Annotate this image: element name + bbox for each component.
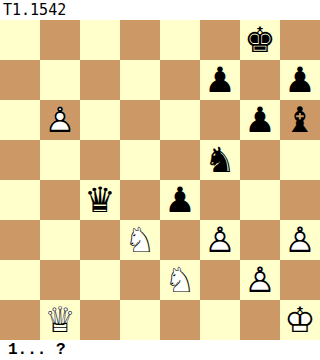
square-h8[interactable] bbox=[280, 20, 320, 60]
square-h5[interactable] bbox=[280, 140, 320, 180]
square-b8[interactable] bbox=[40, 20, 80, 60]
square-d5[interactable] bbox=[120, 140, 160, 180]
square-h2[interactable] bbox=[280, 260, 320, 300]
square-c2[interactable] bbox=[80, 260, 120, 300]
square-a6[interactable] bbox=[0, 100, 40, 140]
square-a1[interactable] bbox=[0, 300, 40, 340]
square-f4[interactable] bbox=[200, 180, 240, 220]
square-h3[interactable]: ♟♙ bbox=[280, 220, 320, 260]
square-g4[interactable] bbox=[240, 180, 280, 220]
white-pawn: ♙ bbox=[200, 220, 240, 260]
white-knight: ♘ bbox=[120, 220, 160, 260]
square-e4[interactable]: ♟ bbox=[160, 180, 200, 220]
black-bishop: ♝ bbox=[280, 100, 320, 140]
square-a5[interactable] bbox=[0, 140, 40, 180]
white-king: ♔ bbox=[280, 300, 320, 340]
black-pawn: ♟ bbox=[240, 100, 280, 140]
square-b2[interactable] bbox=[40, 260, 80, 300]
square-c6[interactable] bbox=[80, 100, 120, 140]
square-f8[interactable] bbox=[200, 20, 240, 60]
square-f5[interactable]: ♞ bbox=[200, 140, 240, 180]
square-g6[interactable]: ♟ bbox=[240, 100, 280, 140]
square-d3[interactable]: ♞♘ bbox=[120, 220, 160, 260]
square-b1[interactable]: ♛♕ bbox=[40, 300, 80, 340]
square-a4[interactable] bbox=[0, 180, 40, 220]
puzzle-title: T1.1542 bbox=[0, 0, 320, 20]
square-g5[interactable] bbox=[240, 140, 280, 180]
square-d6[interactable] bbox=[120, 100, 160, 140]
square-d8[interactable] bbox=[120, 20, 160, 60]
square-e3[interactable] bbox=[160, 220, 200, 260]
square-a3[interactable] bbox=[0, 220, 40, 260]
square-e1[interactable] bbox=[160, 300, 200, 340]
square-a7[interactable] bbox=[0, 60, 40, 100]
square-f1[interactable] bbox=[200, 300, 240, 340]
square-c1[interactable] bbox=[80, 300, 120, 340]
square-c4[interactable]: ♛ bbox=[80, 180, 120, 220]
square-c8[interactable] bbox=[80, 20, 120, 60]
square-d4[interactable] bbox=[120, 180, 160, 220]
square-g8[interactable]: ♚ bbox=[240, 20, 280, 60]
square-h6[interactable]: ♝ bbox=[280, 100, 320, 140]
square-b4[interactable] bbox=[40, 180, 80, 220]
square-g2[interactable]: ♟♙ bbox=[240, 260, 280, 300]
square-c3[interactable] bbox=[80, 220, 120, 260]
move-prompt: 1... ? bbox=[0, 340, 320, 360]
square-b5[interactable] bbox=[40, 140, 80, 180]
square-b7[interactable] bbox=[40, 60, 80, 100]
square-h1[interactable]: ♚♔ bbox=[280, 300, 320, 340]
square-e6[interactable] bbox=[160, 100, 200, 140]
square-g1[interactable] bbox=[240, 300, 280, 340]
square-h4[interactable] bbox=[280, 180, 320, 220]
square-b6[interactable]: ♟♙ bbox=[40, 100, 80, 140]
square-e8[interactable] bbox=[160, 20, 200, 60]
white-pawn: ♙ bbox=[240, 260, 280, 300]
black-king: ♚ bbox=[240, 20, 280, 60]
square-f7[interactable]: ♟ bbox=[200, 60, 240, 100]
black-pawn: ♟ bbox=[280, 60, 320, 100]
white-knight: ♘ bbox=[160, 260, 200, 300]
square-c5[interactable] bbox=[80, 140, 120, 180]
square-c7[interactable] bbox=[80, 60, 120, 100]
square-f2[interactable] bbox=[200, 260, 240, 300]
square-f6[interactable] bbox=[200, 100, 240, 140]
square-e5[interactable] bbox=[160, 140, 200, 180]
black-pawn: ♟ bbox=[200, 60, 240, 100]
black-knight: ♞ bbox=[200, 140, 240, 180]
chess-puzzle-window: T1.1542 ♚♟♟♟♙♟♝♞♛♟♞♘♟♙♟♙♞♘♟♙♛♕♚♔ 1... ? bbox=[0, 0, 320, 360]
square-e2[interactable]: ♞♘ bbox=[160, 260, 200, 300]
square-e7[interactable] bbox=[160, 60, 200, 100]
square-g7[interactable] bbox=[240, 60, 280, 100]
black-pawn: ♟ bbox=[160, 180, 200, 220]
square-f3[interactable]: ♟♙ bbox=[200, 220, 240, 260]
square-a8[interactable] bbox=[0, 20, 40, 60]
white-queen: ♕ bbox=[40, 300, 80, 340]
black-queen: ♛ bbox=[80, 180, 120, 220]
white-pawn: ♙ bbox=[40, 100, 80, 140]
square-h7[interactable]: ♟ bbox=[280, 60, 320, 100]
square-d7[interactable] bbox=[120, 60, 160, 100]
square-b3[interactable] bbox=[40, 220, 80, 260]
square-g3[interactable] bbox=[240, 220, 280, 260]
square-d1[interactable] bbox=[120, 300, 160, 340]
square-d2[interactable] bbox=[120, 260, 160, 300]
white-pawn: ♙ bbox=[280, 220, 320, 260]
square-a2[interactable] bbox=[0, 260, 40, 300]
chess-board: ♚♟♟♟♙♟♝♞♛♟♞♘♟♙♟♙♞♘♟♙♛♕♚♔ bbox=[0, 20, 320, 340]
